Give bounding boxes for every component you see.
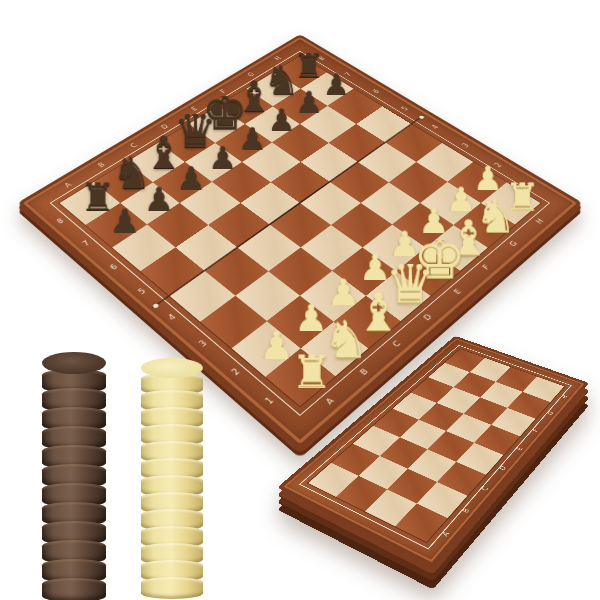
folded-square: [336, 476, 387, 511]
square-h6: [327, 89, 382, 124]
folded-square: [454, 372, 496, 397]
square-b8: ♞: [94, 162, 153, 203]
square-e8: ♚: [189, 106, 245, 143]
square-b5: [175, 225, 238, 271]
folded-square: [395, 503, 448, 542]
black-pawn-glyph: ♟: [238, 124, 267, 155]
rank-label-right-4: 4: [416, 115, 455, 140]
folded-letter-g: G: [538, 403, 563, 424]
brown-checker-stack-disc: [42, 369, 106, 393]
folded-board-scene: ABCDEFGH: [276, 261, 600, 600]
yellow-checker-stack-disc: [141, 577, 203, 599]
square-g4: [358, 143, 416, 182]
board-scene: ABCDEFGH ABCDEFGH 12345678 12345678 ♜♞♝♛…: [100, 3, 500, 403]
yellow-checker-stack-disc: [141, 543, 203, 565]
folded-square: [408, 449, 456, 482]
square-d8: ♛: [158, 124, 215, 162]
black-pawn-glyph: ♟: [295, 88, 323, 118]
folded-square: [393, 393, 437, 420]
square-c8: ♝: [127, 143, 185, 182]
yellow-checker-stack-disc: [141, 441, 203, 463]
board-frame: ABCDEFGH ABCDEFGH 12345678 12345678 ♜♞♝♛…: [17, 34, 583, 450]
file-label-a: A: [306, 381, 354, 422]
chess-set-product-photo: { "game": "chess", "background": "#fffff…: [0, 0, 600, 600]
folded-square: [411, 377, 454, 403]
white-king-glyph: ♚: [413, 230, 466, 286]
folded-square: [522, 377, 564, 403]
square-e4: [300, 182, 360, 225]
folded-square: [387, 469, 437, 504]
square-c1: ♝: [333, 296, 400, 349]
black-knight-glyph: ♞: [111, 153, 151, 195]
piece-white-pawn-a2: ♟: [252, 316, 301, 365]
folded-square: [308, 463, 358, 497]
folded-letter-h: H: [553, 387, 577, 407]
file-label-g: G: [494, 228, 533, 259]
rank-label-right-1: 1: [510, 172, 553, 200]
rank-label-right-3: 3: [446, 133, 487, 159]
file-label-top-f: F: [205, 80, 242, 103]
yellow-checker-stack-disc: [141, 458, 203, 480]
folded-letter-e: E: [506, 437, 533, 460]
square-f5: [300, 143, 358, 182]
piece-black-bishop-f8: ♝: [234, 78, 273, 117]
square-h5: [356, 106, 412, 143]
square-d6: [212, 162, 271, 203]
black-knight-glyph: ♞: [264, 61, 300, 99]
rank-label-6: 6: [94, 251, 135, 283]
brown-checker-stack-disc: [42, 388, 106, 412]
square-h8: ♜: [274, 56, 327, 89]
frame-inset-line: [50, 51, 551, 416]
folded-square: [373, 409, 419, 438]
hinge-screw-right: [418, 115, 425, 119]
piece-black-king-e8: ♚: [205, 96, 245, 136]
piece-white-pawn-h2: ♟: [467, 153, 509, 195]
square-e6: [242, 143, 300, 182]
file-label-b: B: [341, 353, 387, 392]
folded-square: [463, 397, 507, 425]
white-pawn-glyph: ♟: [446, 184, 477, 217]
yellow-checker-stack-disc: [141, 526, 203, 548]
brown-checker-stack-top-cap: [42, 352, 106, 374]
piece-black-bishop-c8: ♝: [143, 133, 184, 174]
brown-checker-stack-disc: [42, 445, 106, 469]
fold-seam: [152, 115, 424, 308]
brown-checker-stack: [42, 352, 106, 600]
folded-board-top: ABCDEFGH: [277, 336, 589, 568]
folded-square: [445, 349, 485, 372]
folded-square: [474, 425, 520, 455]
square-c3: [268, 247, 332, 295]
rank-label-5: 5: [122, 275, 164, 309]
square-b1: ♞: [300, 321, 368, 376]
folded-square: [470, 358, 511, 382]
piece-black-rook-h8: ♜: [290, 45, 328, 83]
square-d2: ♟: [332, 247, 396, 295]
square-h4: [385, 124, 442, 162]
square-a5: [140, 247, 204, 295]
white-knight-glyph: ♞: [322, 316, 368, 365]
file-label-top-g: G: [233, 64, 269, 86]
folded-square: [331, 444, 380, 476]
folded-letter-b: B: [451, 497, 482, 525]
folded-square: [428, 363, 470, 387]
piece-black-knight-g8: ♞: [263, 62, 301, 100]
folded-square: [480, 382, 522, 408]
coords-hfile-edge: 12345678: [304, 48, 553, 200]
square-b7: ♟: [120, 182, 180, 225]
file-label-d: D: [406, 300, 449, 335]
white-pawn-glyph: ♟: [389, 228, 421, 262]
piece-white-bishop-c1: ♝: [354, 289, 402, 337]
square-e3: [331, 203, 392, 247]
yellow-checker-stack-disc: [141, 373, 203, 395]
white-bishop-glyph: ♝: [355, 288, 401, 337]
white-rook-glyph: ♜: [290, 349, 332, 394]
main-chess-board: ABCDEFGH ABCDEFGH 12345678 12345678 ♜♞♝♛…: [0, 0, 600, 600]
brown-checker-stack-disc: [42, 521, 106, 545]
brown-checker-stack-disc: [42, 483, 106, 507]
brown-checker-stack-disc: [42, 540, 106, 564]
checker-stacks: [0, 0, 600, 600]
square-f8: ♝: [218, 89, 273, 124]
folded-letter-f: F: [523, 420, 549, 442]
folded-board: ABCDEFGH: [0, 0, 600, 600]
square-f2: ♟: [392, 203, 453, 247]
square-f1: ♝: [425, 225, 488, 271]
piece-black-pawn-h7: ♟: [317, 62, 355, 100]
square-b3: [235, 271, 300, 321]
square-h1: ♜: [480, 182, 540, 225]
rank-label-right-7: 7: [331, 64, 367, 86]
folded-square: [380, 437, 428, 468]
black-pawn-glyph: ♟: [267, 106, 295, 136]
piece-black-pawn-d7: ♟: [201, 133, 242, 174]
white-pawn-glyph: ♟: [294, 301, 328, 337]
yellow-checker-stack-disc: [141, 492, 203, 514]
folded-letter-a: A: [429, 520, 462, 550]
black-pawn-glyph: ♟: [143, 184, 174, 217]
piece-white-queen-d1: ♛: [386, 264, 433, 311]
yellow-checker-stack-disc: [141, 509, 203, 531]
folded-square: [446, 414, 491, 443]
square-g7: ♟: [273, 89, 328, 124]
rank-label-4: 4: [151, 300, 194, 335]
square-f3: [360, 182, 420, 225]
black-bishop-glyph: ♝: [235, 77, 273, 117]
yellow-checker-stack-disc: [141, 560, 203, 582]
yellow-checker-stack: [141, 358, 203, 599]
square-c4: [237, 225, 300, 271]
piece-white-rook-h1: ♜: [500, 173, 543, 216]
square-d5: [240, 182, 300, 225]
square-h2: ♟: [447, 162, 506, 203]
piece-white-knight-g1: ♞: [473, 195, 517, 239]
black-pawn-glyph: ♟: [207, 143, 237, 174]
rank-label-7: 7: [67, 228, 106, 259]
folded-square: [507, 392, 550, 419]
square-g2: ♟: [420, 182, 480, 225]
black-pawn-glyph: ♟: [109, 205, 140, 238]
black-king-glyph: ♚: [202, 87, 248, 136]
brown-checker-stack-disc: [42, 407, 106, 431]
folded-square: [400, 420, 446, 450]
piece-white-pawn-g2: ♟: [440, 173, 483, 216]
brown-checker-stack-disc: [42, 578, 106, 600]
rank-label-right-5: 5: [386, 97, 424, 121]
piece-black-pawn-f7: ♟: [261, 96, 301, 136]
square-b6: [147, 203, 208, 247]
square-e2: ♟: [363, 225, 426, 271]
square-c5: [208, 203, 269, 247]
square-g6: [300, 106, 356, 143]
black-queen-glyph: ♛: [173, 109, 216, 155]
square-e7: ♟: [215, 124, 272, 162]
rank-label-right-2: 2: [478, 152, 520, 179]
white-bishop-glyph: ♝: [446, 216, 489, 262]
file-label-top-d: D: [145, 115, 184, 140]
piece-white-pawn-b2: ♟: [287, 289, 335, 337]
square-e1: ♚: [396, 247, 460, 295]
folded-board-letters: ABCDEFGH: [429, 387, 576, 549]
rank-label-1: 1: [246, 381, 294, 422]
file-label-top-a: A: [47, 172, 90, 200]
white-pawn-glyph: ♟: [473, 163, 503, 195]
piece-white-knight-b1: ♞: [321, 316, 370, 365]
folded-square: [365, 489, 417, 526]
yellow-checker-stack-disc: [141, 407, 203, 429]
folded-square: [428, 431, 475, 462]
piece-black-pawn-c7: ♟: [170, 153, 212, 195]
piece-black-pawn-a7: ♟: [103, 195, 147, 239]
folded-letter-d: D: [489, 456, 517, 481]
rank-label-right-6: 6: [358, 80, 395, 103]
yellow-checker-stack-disc: [141, 475, 203, 497]
coords-rank1-edge: ABCDEFGH: [306, 207, 559, 422]
folded-square: [437, 387, 480, 414]
folded-square: [417, 482, 468, 518]
square-a4: [169, 271, 234, 321]
file-label-f: F: [466, 251, 507, 283]
square-f4: [329, 162, 388, 203]
square-d4: [269, 203, 330, 247]
square-a8: ♜: [60, 182, 120, 225]
square-b4: [204, 247, 268, 295]
folded-square: [496, 367, 537, 392]
folded-inset-line: [299, 345, 572, 549]
white-pawn-glyph: ♟: [358, 251, 391, 286]
black-bishop-glyph: ♝: [144, 132, 184, 174]
white-rook-glyph: ♜: [504, 178, 540, 216]
rank-label-2: 2: [213, 353, 259, 392]
white-pawn-glyph: ♟: [259, 328, 294, 365]
square-f6: [272, 124, 329, 162]
piece-black-pawn-g7: ♟: [289, 78, 328, 117]
square-a1: ♜: [265, 348, 335, 406]
folded-board-grid: [308, 349, 564, 542]
square-c6: [180, 182, 240, 225]
folded-square: [419, 403, 464, 431]
folded-square: [491, 408, 535, 437]
yellow-checker-stack-disc: [141, 390, 203, 412]
brown-checker-stack-disc: [42, 559, 106, 583]
piece-black-rook-a8: ♜: [76, 173, 119, 216]
rank-label-right-8: 8: [304, 48, 339, 70]
piece-white-pawn-f2: ♟: [412, 195, 456, 239]
black-rook-glyph: ♜: [293, 49, 325, 83]
square-g8: ♞: [246, 72, 300, 106]
file-label-top-b: B: [81, 152, 123, 179]
white-queen-glyph: ♛: [384, 258, 434, 311]
piece-black-knight-b8: ♞: [110, 153, 152, 195]
piece-white-king-e1: ♚: [416, 240, 462, 286]
square-a3: [200, 296, 267, 349]
square-a6: [112, 225, 175, 271]
square-d3: [300, 225, 363, 271]
rank-label-8: 8: [41, 207, 79, 237]
folded-square: [359, 456, 408, 489]
piece-white-bishop-f1: ♝: [446, 217, 491, 262]
piece-white-pawn-d2: ♟: [352, 240, 398, 286]
hinge-screw-left: [152, 303, 160, 309]
square-g3: [388, 162, 447, 203]
square-g1: ♞: [453, 203, 514, 247]
square-h7: ♟: [300, 72, 354, 106]
folded-letter-c: C: [470, 476, 500, 502]
square-c7: ♟: [153, 162, 212, 203]
rank-label-3: 3: [181, 326, 226, 363]
white-pawn-glyph: ♟: [418, 205, 449, 238]
yellow-checker-stack-top-cap: [141, 358, 203, 378]
board-grid: ♜♞♝♛♚♝♞♜♟♟♟♟♟♟♟♟♟♟♟♟♟♟♟♟♜♞♝♛♚♝♞♜: [60, 56, 541, 406]
white-pawn-glyph: ♟: [327, 275, 360, 310]
square-c2: ♟: [300, 271, 365, 321]
square-a2: ♟: [232, 321, 300, 376]
piece-black-pawn-e7: ♟: [232, 114, 272, 154]
file-label-h: H: [520, 207, 558, 237]
file-label-top-c: C: [114, 133, 155, 159]
piece-white-pawn-c2: ♟: [320, 264, 367, 311]
piece-black-queen-d8: ♛: [175, 114, 215, 154]
piece-black-pawn-b7: ♟: [137, 173, 180, 216]
file-label-top-h: H: [260, 48, 295, 70]
square-f7: ♟: [244, 106, 300, 143]
piece-white-rook-a1: ♜: [286, 344, 336, 394]
black-rook-glyph: ♜: [80, 178, 116, 216]
folded-square: [456, 443, 503, 475]
black-pawn-glyph: ♟: [322, 71, 349, 100]
brown-checker-stack-disc: [42, 426, 106, 450]
coords-afile-edge: 12345678: [41, 207, 294, 422]
square-h3: [416, 143, 474, 182]
square-d7: ♟: [184, 143, 242, 182]
white-knight-glyph: ♞: [475, 194, 516, 238]
folded-square: [437, 462, 486, 496]
coords-rank8-edge: ABCDEFGH: [47, 48, 296, 200]
black-pawn-glyph: ♟: [176, 163, 206, 195]
piece-white-pawn-e2: ♟: [382, 217, 427, 262]
square-b2: ♟: [267, 296, 334, 349]
square-a7: ♟: [85, 203, 146, 247]
folded-square: [353, 426, 400, 456]
file-label-c: C: [374, 326, 419, 363]
yellow-checker-stack-disc: [141, 424, 203, 446]
square-d1: ♛: [365, 271, 430, 321]
square-g5: [328, 124, 385, 162]
brown-checker-stack-disc: [42, 464, 106, 488]
brown-checker-stack-disc: [42, 502, 106, 526]
square-e5: [271, 162, 330, 203]
file-label-top-e: E: [175, 97, 213, 121]
file-label-e: E: [437, 275, 479, 309]
